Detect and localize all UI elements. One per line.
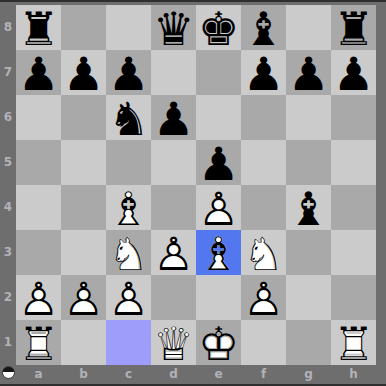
square-g4[interactable] — [286, 185, 331, 230]
file-label-b: b — [61, 365, 106, 384]
rank-label-1: 1 — [0, 320, 16, 365]
square-a3[interactable] — [16, 230, 61, 275]
file-label-a: a — [16, 365, 61, 384]
black-bishop-f8[interactable] — [241, 5, 286, 50]
square-b4[interactable] — [61, 185, 106, 230]
white-pawn-e4[interactable] — [196, 185, 241, 230]
square-h5[interactable] — [331, 140, 376, 185]
square-h6[interactable] — [331, 95, 376, 140]
square-e1[interactable] — [196, 320, 241, 365]
rank-label-5: 5 — [0, 140, 16, 185]
square-e5[interactable] — [196, 140, 241, 185]
square-b1[interactable] — [61, 320, 106, 365]
square-f1[interactable] — [241, 320, 286, 365]
white-pawn-a2[interactable] — [16, 275, 61, 320]
square-c2[interactable] — [106, 275, 151, 320]
square-b6[interactable] — [61, 95, 106, 140]
black-pawn-b7[interactable] — [61, 50, 106, 95]
square-h3[interactable] — [331, 230, 376, 275]
black-pawn-h7[interactable] — [331, 50, 376, 95]
white-bishop-e3[interactable] — [196, 230, 241, 275]
white-bishop-c4[interactable] — [106, 185, 151, 230]
white-pawn-d3[interactable] — [151, 230, 196, 275]
file-label-h: h — [331, 365, 376, 384]
square-g3[interactable] — [286, 230, 331, 275]
white-rook-h1[interactable] — [331, 320, 376, 365]
square-g5[interactable] — [286, 140, 331, 185]
square-a4[interactable] — [16, 185, 61, 230]
black-pawn-a7[interactable] — [16, 50, 61, 95]
white-knight-c3[interactable] — [106, 230, 151, 275]
white-knight-f3[interactable] — [241, 230, 286, 275]
square-h2[interactable] — [331, 275, 376, 320]
black-rook-h8[interactable] — [331, 5, 376, 50]
square-a8[interactable] — [16, 5, 61, 50]
square-g8[interactable] — [286, 5, 331, 50]
turn-indicator-icon — [2, 366, 15, 379]
black-pawn-g7[interactable] — [286, 50, 331, 95]
square-c7[interactable] — [106, 50, 151, 95]
square-e6[interactable] — [196, 95, 241, 140]
square-h4[interactable] — [331, 185, 376, 230]
square-a1[interactable] — [16, 320, 61, 365]
square-d1[interactable] — [151, 320, 196, 365]
square-c1[interactable] — [106, 320, 151, 365]
white-king-e1[interactable] — [196, 320, 241, 365]
rank-label-6: 6 — [0, 95, 16, 140]
white-pawn-c2[interactable] — [106, 275, 151, 320]
square-f3[interactable] — [241, 230, 286, 275]
black-bishop-g4[interactable] — [286, 185, 331, 230]
square-g7[interactable] — [286, 50, 331, 95]
rank-label-2: 2 — [0, 275, 16, 320]
square-f4[interactable] — [241, 185, 286, 230]
file-label-d: d — [151, 365, 196, 384]
square-f5[interactable] — [241, 140, 286, 185]
white-pawn-b2[interactable] — [61, 275, 106, 320]
square-a6[interactable] — [16, 95, 61, 140]
file-label-c: c — [106, 365, 151, 384]
white-queen-d1[interactable] — [151, 320, 196, 365]
file-label-g: g — [286, 365, 331, 384]
rank-label-8: 8 — [0, 5, 16, 50]
square-a5[interactable] — [16, 140, 61, 185]
square-f6[interactable] — [241, 95, 286, 140]
white-pawn-f2[interactable] — [241, 275, 286, 320]
square-d3[interactable] — [151, 230, 196, 275]
chess-app-window: 87654321 abcdefgh — [0, 0, 386, 386]
white-rook-a1[interactable] — [16, 320, 61, 365]
square-d5[interactable] — [151, 140, 196, 185]
square-g6[interactable] — [286, 95, 331, 140]
black-queen-d8[interactable] — [151, 5, 196, 50]
square-c4[interactable] — [106, 185, 151, 230]
square-b2[interactable] — [61, 275, 106, 320]
chessboard — [16, 5, 376, 365]
square-e8[interactable] — [196, 5, 241, 50]
square-d8[interactable] — [151, 5, 196, 50]
square-e4[interactable] — [196, 185, 241, 230]
square-d4[interactable] — [151, 185, 196, 230]
black-pawn-d6[interactable] — [151, 95, 196, 140]
square-g2[interactable] — [286, 275, 331, 320]
square-e7[interactable] — [196, 50, 241, 95]
square-d2[interactable] — [151, 275, 196, 320]
square-f2[interactable] — [241, 275, 286, 320]
square-d7[interactable] — [151, 50, 196, 95]
black-pawn-f7[interactable] — [241, 50, 286, 95]
rank-label-4: 4 — [0, 185, 16, 230]
square-e2[interactable] — [196, 275, 241, 320]
square-d6[interactable] — [151, 95, 196, 140]
rank-label-7: 7 — [0, 50, 16, 95]
file-label-e: e — [196, 365, 241, 384]
rank-label-3: 3 — [0, 230, 16, 275]
file-label-f: f — [241, 365, 286, 384]
square-c3[interactable] — [106, 230, 151, 275]
square-h7[interactable] — [331, 50, 376, 95]
square-c6[interactable] — [106, 95, 151, 140]
square-h8[interactable] — [331, 5, 376, 50]
square-a7[interactable] — [16, 50, 61, 95]
square-c8[interactable] — [106, 5, 151, 50]
square-b8[interactable] — [61, 5, 106, 50]
black-pawn-e5[interactable] — [196, 140, 241, 185]
square-h1[interactable] — [331, 320, 376, 365]
square-e3[interactable] — [196, 230, 241, 275]
black-pawn-c7[interactable] — [106, 50, 151, 95]
black-knight-c6[interactable] — [106, 95, 151, 140]
square-b5[interactable] — [61, 140, 106, 185]
square-b3[interactable] — [61, 230, 106, 275]
square-f7[interactable] — [241, 50, 286, 95]
square-f8[interactable] — [241, 5, 286, 50]
square-a2[interactable] — [16, 275, 61, 320]
square-g1[interactable] — [286, 320, 331, 365]
square-c5[interactable] — [106, 140, 151, 185]
black-king-e8[interactable] — [196, 5, 241, 50]
square-b7[interactable] — [61, 50, 106, 95]
black-rook-a8[interactable] — [16, 5, 61, 50]
